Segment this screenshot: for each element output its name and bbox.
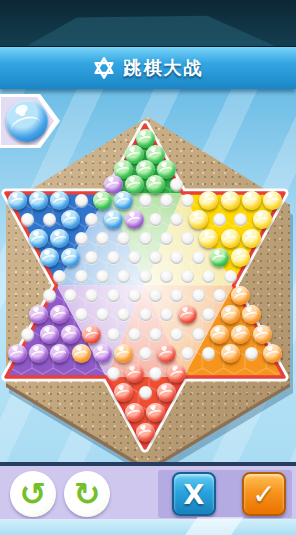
board-hole[interactable]: [149, 213, 162, 226]
board-hole[interactable]: [160, 270, 173, 283]
marble-purple[interactable]: [40, 325, 59, 344]
marble-purple[interactable]: [29, 344, 48, 363]
marble-purple[interactable]: [61, 325, 80, 344]
board-hole[interactable]: [170, 289, 183, 302]
board-hole[interactable]: [85, 251, 98, 264]
marble-yellow[interactable]: [221, 229, 240, 248]
marble-orange[interactable]: [210, 325, 229, 344]
board-hole[interactable]: [128, 328, 141, 341]
marble-orange[interactable]: [114, 344, 133, 363]
board-hole[interactable]: [192, 328, 205, 341]
board-hole[interactable]: [96, 270, 109, 283]
board-hole[interactable]: [85, 213, 98, 226]
marble-yellow[interactable]: [253, 210, 272, 229]
marble-green[interactable]: [146, 175, 165, 194]
confirm-move-button[interactable]: ✓: [242, 472, 286, 516]
marble-blue[interactable]: [61, 248, 80, 267]
board-hole[interactable]: [192, 251, 205, 264]
board-hole[interactable]: [202, 347, 215, 360]
marble-orange[interactable]: [221, 344, 240, 363]
marble-red[interactable]: [157, 383, 176, 402]
marble-red[interactable]: [146, 403, 165, 422]
board-hole[interactable]: [170, 213, 183, 226]
board-hole[interactable]: [139, 308, 152, 321]
board-hole[interactable]: [75, 270, 88, 283]
marble-purple[interactable]: [125, 210, 144, 229]
marble-orange[interactable]: [231, 286, 250, 305]
board-hole[interactable]: [21, 328, 34, 341]
marble-blue[interactable]: [50, 191, 69, 210]
marble-blue[interactable]: [40, 248, 59, 267]
marble-yellow[interactable]: [189, 210, 208, 229]
board-hole[interactable]: [160, 232, 173, 245]
marble-yellow[interactable]: [221, 191, 240, 210]
marble-red[interactable]: [125, 364, 144, 383]
marble-purple[interactable]: [29, 305, 48, 324]
marble-green[interactable]: [125, 175, 144, 194]
board-hole[interactable]: [139, 232, 152, 245]
marble-red[interactable]: [178, 305, 197, 324]
board-hole[interactable]: [149, 328, 162, 341]
marble-orange[interactable]: [231, 325, 250, 344]
board-hole[interactable]: [202, 270, 215, 283]
cancel-move-button[interactable]: X: [172, 472, 216, 516]
marble-yellow[interactable]: [199, 191, 218, 210]
board-hole[interactable]: [75, 308, 88, 321]
marble-blue[interactable]: [8, 191, 27, 210]
board-cells: [0, 0, 296, 535]
board-hole[interactable]: [160, 308, 173, 321]
marble-blue[interactable]: [104, 210, 123, 229]
board-hole[interactable]: [64, 289, 77, 302]
confirm-panel: X ✓: [158, 470, 292, 518]
current-player-marble-blue: [6, 100, 48, 142]
board-hole[interactable]: [107, 367, 120, 380]
marble-orange[interactable]: [253, 325, 272, 344]
board-hole[interactable]: [139, 270, 152, 283]
board-hole[interactable]: [128, 251, 141, 264]
bottom-toolbar: ↺ ↻ X ✓: [0, 462, 296, 519]
board-hole[interactable]: [117, 308, 130, 321]
board-hole[interactable]: [43, 213, 56, 226]
board-hole[interactable]: [213, 213, 226, 226]
board-hole[interactable]: [139, 194, 152, 207]
marble-green[interactable]: [93, 191, 112, 210]
board-hole[interactable]: [149, 251, 162, 264]
board-hole[interactable]: [107, 328, 120, 341]
app-screen: 跳棋大战: [0, 0, 296, 535]
marble-red[interactable]: [157, 344, 176, 363]
redo-button[interactable]: ↻: [64, 471, 110, 517]
marble-yellow[interactable]: [242, 229, 261, 248]
marble-orange[interactable]: [242, 305, 261, 324]
marble-blue[interactable]: [29, 191, 48, 210]
board-hole[interactable]: [202, 308, 215, 321]
marble-purple[interactable]: [50, 344, 69, 363]
board-hole[interactable]: [192, 289, 205, 302]
board-hole[interactable]: [117, 270, 130, 283]
marble-yellow[interactable]: [242, 191, 261, 210]
board-hole[interactable]: [160, 194, 173, 207]
marble-red[interactable]: [114, 383, 133, 402]
marble-purple[interactable]: [8, 344, 27, 363]
board-hole[interactable]: [181, 194, 194, 207]
marble-red[interactable]: [136, 423, 155, 442]
board-hole[interactable]: [139, 386, 152, 399]
marble-yellow[interactable]: [231, 248, 250, 267]
marble-yellow[interactable]: [263, 191, 282, 210]
marble-purple[interactable]: [93, 344, 112, 363]
marble-blue[interactable]: [61, 210, 80, 229]
board-hole[interactable]: [107, 251, 120, 264]
board-hole[interactable]: [181, 270, 194, 283]
board-hole[interactable]: [96, 308, 109, 321]
marble-blue[interactable]: [29, 229, 48, 248]
marble-purple[interactable]: [50, 305, 69, 324]
turn-indicator-badge: [0, 94, 60, 148]
marble-orange[interactable]: [72, 344, 91, 363]
board-hole[interactable]: [128, 289, 141, 302]
board-hole[interactable]: [139, 347, 152, 360]
board-hole[interactable]: [21, 213, 34, 226]
marble-blue[interactable]: [114, 191, 133, 210]
board-hole[interactable]: [170, 251, 183, 264]
bottom-strip: [0, 519, 296, 535]
marble-red[interactable]: [167, 364, 186, 383]
board-hole[interactable]: [181, 232, 194, 245]
board-hole[interactable]: [234, 213, 247, 226]
board-hole[interactable]: [96, 232, 109, 245]
board-hole[interactable]: [245, 347, 258, 360]
marble-red[interactable]: [82, 325, 101, 344]
board-hole[interactable]: [75, 194, 88, 207]
board-hole[interactable]: [107, 289, 120, 302]
marble-orange[interactable]: [263, 344, 282, 363]
marble-green[interactable]: [210, 248, 229, 267]
board-hole[interactable]: [43, 289, 56, 302]
board-hole[interactable]: [53, 270, 66, 283]
board-hole[interactable]: [149, 289, 162, 302]
board-hole[interactable]: [75, 232, 88, 245]
board-hole[interactable]: [181, 347, 194, 360]
marble-orange[interactable]: [221, 305, 240, 324]
marble-blue[interactable]: [50, 229, 69, 248]
undo-button[interactable]: ↺: [10, 471, 56, 517]
board-hole[interactable]: [117, 232, 130, 245]
board-hole[interactable]: [170, 328, 183, 341]
board-hole[interactable]: [224, 270, 237, 283]
board-hole[interactable]: [85, 289, 98, 302]
board-hole[interactable]: [213, 289, 226, 302]
board-hole[interactable]: [170, 178, 183, 191]
marble-yellow[interactable]: [199, 229, 218, 248]
board-hole[interactable]: [149, 367, 162, 380]
marble-red[interactable]: [125, 403, 144, 422]
